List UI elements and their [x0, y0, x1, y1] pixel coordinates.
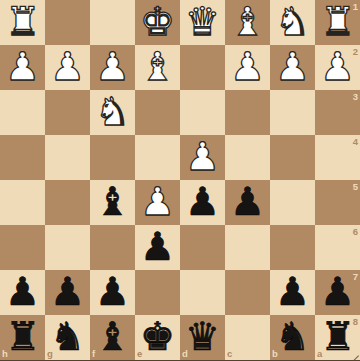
piece-white-knight-f3[interactable]: ♞ [95, 90, 130, 134]
square-b2[interactable]: ♟ [270, 45, 315, 90]
piece-black-pawn-f7[interactable]: ♟ [95, 270, 130, 314]
piece-black-pawn-e6[interactable]: ♟ [140, 225, 175, 269]
file-label-c: c [227, 349, 232, 359]
square-c5[interactable]: ♟ [225, 180, 270, 225]
square-b8[interactable]: ♞b [270, 315, 315, 360]
square-c7[interactable] [225, 270, 270, 315]
rank-label-6: 6 [353, 227, 358, 237]
square-e7[interactable] [135, 270, 180, 315]
square-d5[interactable]: ♟ [180, 180, 225, 225]
square-f3[interactable]: ♞ [90, 90, 135, 135]
square-d2[interactable] [180, 45, 225, 90]
square-d8[interactable]: ♛d [180, 315, 225, 360]
square-a6[interactable]: 6 [315, 225, 360, 270]
square-a1[interactable]: ♜1 [315, 0, 360, 45]
piece-black-queen-d8[interactable]: ♛ [185, 315, 220, 359]
piece-black-king-e8[interactable]: ♚ [140, 315, 175, 359]
piece-white-pawn-f2[interactable]: ♟ [95, 45, 130, 89]
square-a2[interactable]: ♟2 [315, 45, 360, 90]
square-f5[interactable]: ♝ [90, 180, 135, 225]
square-b3[interactable] [270, 90, 315, 135]
square-h5[interactable] [0, 180, 45, 225]
square-g3[interactable] [45, 90, 90, 135]
piece-white-rook-h1[interactable]: ♜ [5, 0, 40, 44]
piece-white-rook-a1[interactable]: ♜ [320, 0, 355, 44]
square-a7[interactable]: ♟7 [315, 270, 360, 315]
square-f2[interactable]: ♟ [90, 45, 135, 90]
square-g4[interactable] [45, 135, 90, 180]
square-h4[interactable] [0, 135, 45, 180]
piece-white-bishop-c1[interactable]: ♝ [230, 0, 265, 44]
square-e3[interactable] [135, 90, 180, 135]
square-c3[interactable] [225, 90, 270, 135]
square-a5[interactable]: 5 [315, 180, 360, 225]
square-d4[interactable]: ♟ [180, 135, 225, 180]
square-e2[interactable]: ♝ [135, 45, 180, 90]
square-c1[interactable]: ♝ [225, 0, 270, 45]
square-b4[interactable] [270, 135, 315, 180]
square-b7[interactable]: ♟ [270, 270, 315, 315]
piece-black-pawn-b7[interactable]: ♟ [275, 270, 310, 314]
square-g8[interactable]: ♞g [45, 315, 90, 360]
square-g5[interactable] [45, 180, 90, 225]
square-a4[interactable]: 4 [315, 135, 360, 180]
square-e8[interactable]: ♚e [135, 315, 180, 360]
piece-white-pawn-b2[interactable]: ♟ [275, 45, 310, 89]
square-f7[interactable]: ♟ [90, 270, 135, 315]
piece-white-pawn-c2[interactable]: ♟ [230, 45, 265, 89]
rank-label-3: 3 [353, 92, 358, 102]
square-f4[interactable] [90, 135, 135, 180]
square-d3[interactable] [180, 90, 225, 135]
square-g1[interactable] [45, 0, 90, 45]
piece-white-pawn-a2[interactable]: ♟ [320, 45, 355, 89]
piece-black-bishop-f5[interactable]: ♝ [95, 180, 130, 224]
square-f6[interactable] [90, 225, 135, 270]
square-a3[interactable]: 3 [315, 90, 360, 135]
square-b5[interactable] [270, 180, 315, 225]
piece-black-rook-h8[interactable]: ♜ [5, 315, 40, 359]
piece-black-pawn-d5[interactable]: ♟ [185, 180, 220, 224]
piece-black-knight-b8[interactable]: ♞ [275, 315, 310, 359]
square-h3[interactable] [0, 90, 45, 135]
square-f1[interactable] [90, 0, 135, 45]
board-resize-handle-icon[interactable] [350, 350, 359, 359]
piece-white-knight-b1[interactable]: ♞ [275, 0, 310, 44]
square-b6[interactable] [270, 225, 315, 270]
square-g2[interactable]: ♟ [45, 45, 90, 90]
chess-board: ♜♚♛♝♞♜1♟♟♟♝♟♟♟2♞3♟4♝♟♟♟5♟6♟♟♟♟♟7♜h♞g♝f♚e… [0, 0, 360, 360]
square-h2[interactable]: ♟ [0, 45, 45, 90]
square-g6[interactable] [45, 225, 90, 270]
square-b1[interactable]: ♞ [270, 0, 315, 45]
square-d7[interactable] [180, 270, 225, 315]
square-g7[interactable]: ♟ [45, 270, 90, 315]
piece-white-queen-d1[interactable]: ♛ [185, 0, 220, 44]
rank-label-5: 5 [353, 182, 358, 192]
piece-white-pawn-d4[interactable]: ♟ [185, 135, 220, 179]
piece-black-knight-g8[interactable]: ♞ [50, 315, 85, 359]
square-h1[interactable]: ♜ [0, 0, 45, 45]
square-e1[interactable]: ♚ [135, 0, 180, 45]
rank-label-4: 4 [353, 137, 358, 147]
square-c6[interactable] [225, 225, 270, 270]
square-c2[interactable]: ♟ [225, 45, 270, 90]
square-e4[interactable] [135, 135, 180, 180]
square-e6[interactable]: ♟ [135, 225, 180, 270]
piece-black-pawn-h7[interactable]: ♟ [5, 270, 40, 314]
square-c4[interactable] [225, 135, 270, 180]
square-h7[interactable]: ♟ [0, 270, 45, 315]
piece-white-pawn-h2[interactable]: ♟ [5, 45, 40, 89]
square-d6[interactable] [180, 225, 225, 270]
piece-black-pawn-c5[interactable]: ♟ [230, 180, 265, 224]
piece-white-pawn-g2[interactable]: ♟ [50, 45, 85, 89]
square-h6[interactable] [0, 225, 45, 270]
piece-black-bishop-f8[interactable]: ♝ [95, 315, 130, 359]
piece-white-pawn-e5[interactable]: ♟ [140, 180, 175, 224]
square-f8[interactable]: ♝f [90, 315, 135, 360]
piece-black-pawn-g7[interactable]: ♟ [50, 270, 85, 314]
piece-white-bishop-e2[interactable]: ♝ [140, 45, 175, 89]
square-c8[interactable]: c [225, 315, 270, 360]
square-d1[interactable]: ♛ [180, 0, 225, 45]
square-h8[interactable]: ♜h [0, 315, 45, 360]
square-e5[interactable]: ♟ [135, 180, 180, 225]
piece-black-pawn-a7[interactable]: ♟ [320, 270, 355, 314]
piece-white-king-e1[interactable]: ♚ [140, 0, 175, 44]
